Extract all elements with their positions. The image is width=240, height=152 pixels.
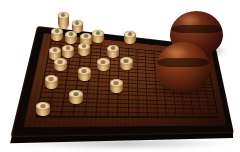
xiangqi-piece[interactable] [110,79,123,93]
xiangqi-piece[interactable] [92,30,104,42]
piece-character-glyph [122,59,130,63]
piece-top-face [80,33,92,40]
piece-top-face [65,31,77,38]
xiangqi-piece[interactable] [51,28,63,40]
piece-top-face [51,28,63,35]
piece-character-glyph [65,46,72,50]
piece-top-face [58,12,69,19]
piece-top-face [92,30,104,37]
piece-top-face [124,31,136,38]
piece-top-face [49,47,61,54]
piece-character-glyph [39,104,47,108]
piece-character-glyph [127,32,134,36]
piece-top-face [36,102,50,110]
bowl-lid-band [171,25,223,33]
piece-character-glyph [56,60,64,64]
xiangqi-piece[interactable] [97,58,110,71]
xiangqi-piece[interactable] [78,67,91,81]
xiangqi-piece[interactable] [78,43,90,55]
piece-character-glyph [74,21,80,25]
piece-character-glyph [68,32,75,36]
piece-character-glyph [60,13,66,17]
xiangqi-piece[interactable] [124,31,136,43]
go-bowl-front[interactable] [156,42,210,92]
xiangqi-piece[interactable] [49,47,61,59]
xiangqi-piece[interactable] [69,90,83,104]
piece-top-face [78,67,91,75]
piece-character-glyph [83,34,90,38]
piece-character-glyph [110,46,117,50]
piece-top-face [69,90,83,98]
piece-character-glyph [112,81,120,85]
xiangqi-piece[interactable] [36,102,50,116]
piece-character-glyph [95,31,102,35]
bowl-lid-band [157,58,210,67]
xiangqi-piece[interactable] [65,31,77,43]
piece-character-glyph [54,29,61,33]
piece-character-glyph [80,69,88,73]
piece-character-glyph [99,60,107,64]
piece-top-face [54,58,67,66]
piece-character-glyph [52,48,59,52]
piece-top-face [45,75,58,83]
board-photo [0,0,240,152]
piece-top-face [110,79,123,87]
xiangqi-piece[interactable] [120,57,133,70]
piece-top-face [72,20,83,27]
piece-character-glyph [81,44,88,48]
piece-top-face [120,57,133,65]
piece-top-face [107,45,119,52]
piece-character-glyph [47,77,55,81]
xiangqi-piece[interactable] [54,58,67,71]
xiangqi-piece[interactable] [107,45,119,57]
piece-top-face [62,45,74,52]
xiangqi-piece[interactable] [45,75,58,89]
piece-character-glyph [72,92,80,96]
piece-top-face [78,43,90,50]
piece-top-face [97,58,110,66]
xiangqi-piece[interactable] [62,45,74,57]
xiangqi-piece[interactable] [58,12,69,28]
